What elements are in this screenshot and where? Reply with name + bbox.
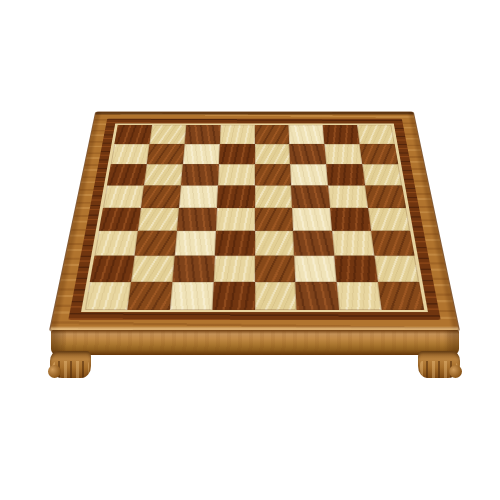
square-r4c1-light <box>103 185 144 207</box>
square-r1c4-light <box>219 125 254 144</box>
square-r8c1-light <box>85 282 131 310</box>
square-r4c3-light <box>179 185 218 207</box>
square-r3c8-light <box>362 164 402 185</box>
square-r3c3-dark <box>181 164 219 185</box>
square-r5c1-dark <box>99 208 141 231</box>
square-r4c4-dark <box>217 185 255 207</box>
square-r2c7-light <box>325 144 363 164</box>
square-r3c2-light <box>144 164 183 185</box>
square-r8c7-light <box>337 282 382 310</box>
square-r6c2-dark <box>134 231 176 256</box>
checkerboard <box>85 125 424 310</box>
square-r7c2-light <box>131 256 175 282</box>
board-front-apron <box>51 330 459 355</box>
square-r2c2-dark <box>147 144 185 164</box>
square-r5c5-dark <box>255 208 294 231</box>
square-r3c5-dark <box>255 164 292 185</box>
square-r6c6-dark <box>293 231 334 256</box>
square-r1c8-light <box>357 125 395 144</box>
square-r6c1-light <box>94 231 137 256</box>
square-r4c7-light <box>328 185 368 207</box>
square-r2c8-dark <box>360 144 399 164</box>
square-r2c1-light <box>111 144 150 164</box>
square-r8c2-dark <box>127 282 172 310</box>
square-r5c3-dark <box>177 208 217 231</box>
square-r6c5-light <box>255 231 295 256</box>
square-r7c5-dark <box>255 256 296 282</box>
carved-foot-right <box>418 351 460 378</box>
square-r7c3-dark <box>172 256 214 282</box>
square-r7c1-dark <box>90 256 135 282</box>
square-r4c2-dark <box>141 185 181 207</box>
square-r2c5-light <box>255 144 291 164</box>
square-r1c3-dark <box>184 125 220 144</box>
square-r7c6-light <box>295 256 337 282</box>
square-r7c7-dark <box>335 256 379 282</box>
square-r8c5-light <box>255 282 297 310</box>
square-r5c4-light <box>216 208 255 231</box>
square-r8c3-light <box>170 282 214 310</box>
square-r2c3-light <box>183 144 220 164</box>
square-r3c7-dark <box>326 164 365 185</box>
square-r8c4-dark <box>212 282 254 310</box>
square-r5c7-dark <box>330 208 371 231</box>
square-r7c4-light <box>213 256 254 282</box>
square-r3c6-light <box>290 164 328 185</box>
square-r6c8-dark <box>371 231 414 256</box>
square-r1c2-light <box>149 125 186 144</box>
square-r1c5-dark <box>255 125 290 144</box>
carved-foot-left <box>50 351 91 378</box>
square-r2c4-dark <box>219 144 255 164</box>
square-r6c3-light <box>174 231 215 256</box>
square-r3c1-dark <box>107 164 147 185</box>
square-r8c8-dark <box>378 282 424 310</box>
square-r2c6-dark <box>290 144 327 164</box>
square-r8c6-dark <box>296 282 340 310</box>
square-r5c8-light <box>368 208 410 231</box>
square-r6c4-dark <box>214 231 254 256</box>
square-r4c8-dark <box>365 185 406 207</box>
square-r1c6-light <box>289 125 325 144</box>
product-photo-stage <box>0 0 500 500</box>
chessboard <box>50 112 459 331</box>
square-r3c4-light <box>218 164 255 185</box>
square-r5c6-light <box>292 208 332 231</box>
square-r4c5-light <box>255 185 293 207</box>
square-r7c8-light <box>375 256 420 282</box>
square-r6c7-light <box>332 231 374 256</box>
square-r1c7-dark <box>323 125 360 144</box>
square-r4c6-dark <box>291 185 330 207</box>
square-r1c1-dark <box>114 125 152 144</box>
square-r5c2-light <box>138 208 179 231</box>
